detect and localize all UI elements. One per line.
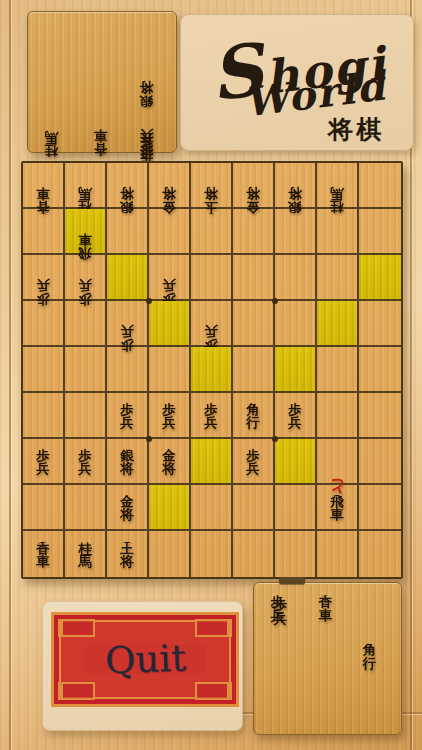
square-1-4[interactable] [359,301,401,347]
square-1-2[interactable] [359,209,401,255]
square-8-1[interactable]: 桂馬 [65,163,107,209]
piece-gold[interactable]: 金将 [236,165,270,206]
square-5-3[interactable] [191,255,233,301]
square-6-5[interactable] [149,347,191,393]
square-2-2[interactable] [317,209,359,255]
square-5-9[interactable] [191,531,233,577]
square-2-6[interactable] [317,393,359,439]
piece-gold[interactable]: 金将 [152,165,186,206]
piece-silver[interactable]: 銀将 [131,56,162,100]
square-6-8[interactable] [149,485,191,531]
quit-corner-ornament [195,682,232,700]
square-5-4[interactable]: 歩兵 [191,301,233,347]
square-9-2[interactable] [23,209,65,255]
wood-plank-seam [9,0,11,750]
star-point [272,298,278,304]
square-6-1[interactable]: 金将 [149,163,191,209]
square-4-4[interactable] [233,301,275,347]
square-2-9[interactable] [317,531,359,577]
square-9-5[interactable] [23,347,65,393]
piece-pawn[interactable]: 歩兵 [152,257,186,298]
square-6-4[interactable] [149,301,191,347]
piece-lance[interactable]: 香車 [85,104,116,148]
square-5-5[interactable] [191,347,233,393]
piece-king[interactable]: 玉将 [194,165,228,206]
square-6-3[interactable]: 歩兵 [149,255,191,301]
square-8-4[interactable] [65,301,107,347]
square-9-1[interactable]: 香車 [23,163,65,209]
square-4-6[interactable]: 角行 [233,393,275,439]
logo-subtitle-kanji: 将棋 [328,113,384,146]
square-7-2[interactable] [107,209,149,255]
sente-captured-tray: 歩兵歩兵香車角行 [253,582,402,735]
piece-pawn[interactable]: 歩兵 [26,441,60,482]
square-8-7[interactable]: 歩兵 [65,439,107,485]
piece-silver[interactable]: 銀将 [278,165,312,206]
square-8-5[interactable] [65,347,107,393]
square-7-9[interactable]: 王将 [107,531,149,577]
square-9-9[interactable]: 香車 [23,531,65,577]
square-4-7[interactable]: 歩兵 [233,439,275,485]
square-3-6[interactable]: 歩兵 [275,393,317,439]
logo-box: Shogi World 将棋 [180,14,414,151]
square-4-2[interactable] [233,209,275,255]
piece-knight[interactable]: 桂馬 [68,165,102,206]
square-1-6[interactable] [359,393,401,439]
square-3-1[interactable]: 銀将 [275,163,317,209]
piece-knight[interactable]: 桂馬 [68,534,102,575]
piece-pawn[interactable]: 歩兵 [194,395,228,436]
quit-corner-ornament [58,682,95,700]
square-6-2[interactable] [149,209,191,255]
piece-knight[interactable]: 桂馬 [320,165,354,206]
square-2-7[interactable]: と [317,439,359,485]
square-3-7[interactable] [275,439,317,485]
piece-bishop[interactable]: 角行 [354,635,385,679]
piece-pawn[interactable]: 歩兵 [68,441,102,482]
square-4-3[interactable] [233,255,275,301]
square-6-6[interactable]: 歩兵 [149,393,191,439]
square-4-8[interactable] [233,485,275,531]
square-3-5[interactable] [275,347,317,393]
piece-pawn[interactable]: 歩兵 [278,395,312,436]
square-5-7[interactable] [191,439,233,485]
square-4-1[interactable]: 金将 [233,163,275,209]
square-3-2[interactable] [275,209,317,255]
piece-rook[interactable]: 飛車 [320,487,354,528]
square-3-4[interactable] [275,301,317,347]
square-1-1[interactable] [359,163,401,209]
square-1-8[interactable] [359,485,401,531]
piece-pawn[interactable]: 歩兵 [110,395,144,436]
square-8-2[interactable]: 飛車 [65,209,107,255]
square-9-4[interactable] [23,301,65,347]
square-5-6[interactable]: 歩兵 [191,393,233,439]
quit-corner-ornament [58,619,95,637]
piece-pawn[interactable]: 歩兵 [152,395,186,436]
piece-king[interactable]: 王将 [110,534,144,575]
square-1-9[interactable] [359,531,401,577]
square-7-5[interactable] [107,347,149,393]
square-8-9[interactable]: 桂馬 [65,531,107,577]
piece-gold[interactable]: 金将 [152,441,186,482]
square-7-4[interactable]: 歩兵 [107,301,149,347]
piece-knight[interactable]: 桂馬 [36,106,67,150]
piece-rook[interactable]: 飛車 [68,211,102,252]
quit-panel: Quit [42,601,243,731]
piece-silver[interactable]: 銀将 [110,441,144,482]
square-2-1[interactable]: 桂馬 [317,163,359,209]
square-7-6[interactable]: 歩兵 [107,393,149,439]
square-1-5[interactable] [359,347,401,393]
square-1-7[interactable] [359,439,401,485]
square-2-3[interactable] [317,255,359,301]
square-5-8[interactable] [191,485,233,531]
quit-button-label: Quit [104,637,186,683]
square-8-3[interactable]: 歩兵 [65,255,107,301]
square-7-1[interactable]: 銀将 [107,163,149,209]
piece-lance[interactable]: 香車 [26,534,60,575]
piece-gold[interactable]: 金将 [110,487,144,528]
square-8-8[interactable] [65,485,107,531]
app-background: { "game": "shogi", "app": { "logo_line1"… [0,0,422,750]
piece-lance[interactable]: 香車 [26,165,60,206]
quit-corner-ornament [195,619,232,637]
square-3-9[interactable] [275,531,317,577]
shogi-board[interactable]: 香車桂馬銀将金将玉将金将銀将桂馬飛車歩兵歩兵歩兵歩兵歩兵歩兵歩兵歩兵角行歩兵歩兵… [21,161,403,579]
piece-silver[interactable]: 銀将 [110,165,144,206]
square-2-5[interactable] [317,347,359,393]
square-4-9[interactable] [233,531,275,577]
quit-button[interactable]: Quit [51,612,239,707]
square-8-6[interactable] [65,393,107,439]
square-9-3[interactable]: 歩兵 [23,255,65,301]
piece-pawn[interactable]: 歩兵 [68,257,102,298]
star-point [272,436,278,442]
square-6-7[interactable]: 金将 [149,439,191,485]
star-point [146,298,152,304]
square-9-6[interactable] [23,393,65,439]
square-6-9[interactable] [149,531,191,577]
square-2-8[interactable]: 飛車 [317,485,359,531]
square-1-3[interactable] [359,255,401,301]
star-point [146,436,152,442]
square-3-3[interactable] [275,255,317,301]
square-4-5[interactable] [233,347,275,393]
piece-pawn[interactable]: 歩兵 [236,441,270,482]
piece-pawn[interactable]: 歩兵 [131,104,162,148]
square-5-1[interactable]: 玉将 [191,163,233,209]
piece-pawn[interactable]: 歩兵 [26,257,60,298]
piece-tokin[interactable]: と [320,441,354,482]
square-7-3[interactable] [107,255,149,301]
square-9-8[interactable] [23,485,65,531]
square-5-2[interactable] [191,209,233,255]
tray-notch [279,577,305,584]
square-7-8[interactable]: 金将 [107,485,149,531]
square-9-7[interactable]: 歩兵 [23,439,65,485]
piece-pawn[interactable]: 歩兵 [194,303,228,344]
square-7-7[interactable]: 銀将 [107,439,149,485]
piece-pawn[interactable]: 歩兵 [265,590,296,634]
piece-pawn[interactable]: 歩兵 [110,303,144,344]
piece-bishop[interactable]: 角行 [236,395,270,436]
square-3-8[interactable] [275,485,317,531]
piece-lance[interactable]: 香車 [310,587,341,631]
square-2-4[interactable] [317,301,359,347]
gote-captured-tray: 銀将桂馬香車歩兵歩兵歩兵 [27,11,177,153]
